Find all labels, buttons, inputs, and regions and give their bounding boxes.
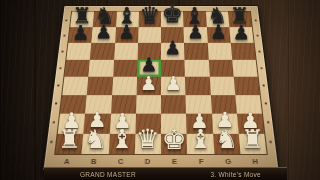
square-h6[interactable] — [230, 43, 255, 60]
file-label-b: B — [80, 156, 108, 167]
square-c5[interactable] — [113, 59, 138, 76]
file-label-c: C — [107, 156, 134, 167]
square-e5[interactable] — [161, 59, 185, 76]
square-a3[interactable] — [60, 95, 87, 114]
square-g2[interactable] — [211, 114, 238, 134]
square-h8[interactable] — [228, 12, 252, 27]
square-f5[interactable] — [185, 59, 210, 76]
square-a7[interactable] — [68, 27, 93, 43]
square-f1[interactable] — [187, 133, 214, 154]
square-c2[interactable] — [109, 114, 135, 134]
difficulty-label: GRAND MASTER — [80, 171, 136, 178]
move-indicator: 3. White's Move — [210, 171, 261, 178]
square-f6[interactable] — [184, 43, 208, 60]
square-c4[interactable] — [112, 77, 137, 95]
square-d1[interactable] — [135, 133, 161, 154]
square-e2[interactable] — [161, 114, 187, 134]
file-labels: ABCDEFGH — [53, 156, 270, 167]
square-f8[interactable] — [183, 12, 206, 27]
board-grid — [54, 11, 268, 155]
square-c7[interactable] — [115, 27, 139, 43]
square-b5[interactable] — [89, 59, 114, 76]
square-h4[interactable] — [233, 77, 259, 95]
square-b3[interactable] — [85, 95, 111, 114]
square-a1[interactable] — [55, 133, 83, 154]
file-label-g: G — [214, 156, 242, 167]
square-a4[interactable] — [62, 77, 88, 95]
square-d8[interactable] — [138, 12, 161, 27]
square-a2[interactable] — [58, 114, 86, 134]
square-g7[interactable] — [206, 27, 230, 43]
square-b2[interactable] — [84, 114, 111, 134]
square-d6[interactable] — [137, 43, 161, 60]
file-label-f: F — [188, 156, 215, 167]
square-e4[interactable] — [161, 77, 186, 95]
square-g4[interactable] — [209, 77, 235, 95]
square-e6[interactable] — [161, 43, 185, 60]
file-label-a: A — [53, 156, 81, 167]
square-g1[interactable] — [213, 133, 241, 154]
square-h5[interactable] — [232, 59, 258, 76]
square-d5[interactable] — [137, 59, 161, 76]
square-e1[interactable] — [161, 133, 187, 154]
square-d2[interactable] — [135, 114, 161, 134]
file-label-e: E — [161, 156, 188, 167]
square-a8[interactable] — [70, 12, 94, 27]
square-g3[interactable] — [210, 95, 236, 114]
status-bar: GRAND MASTER 3. White's Move — [44, 167, 287, 180]
chess-board: ABCDEFGH — [42, 5, 279, 171]
square-d4[interactable] — [136, 77, 161, 95]
square-e7[interactable] — [161, 27, 184, 43]
square-h1[interactable] — [238, 133, 266, 154]
square-f7[interactable] — [184, 27, 208, 43]
square-h7[interactable] — [229, 27, 254, 43]
square-b7[interactable] — [92, 27, 116, 43]
square-c6[interactable] — [114, 43, 138, 60]
square-a6[interactable] — [66, 43, 91, 60]
square-e3[interactable] — [161, 95, 186, 114]
square-a5[interactable] — [64, 59, 90, 76]
square-h3[interactable] — [235, 95, 262, 114]
square-e8[interactable] — [161, 12, 184, 27]
square-g5[interactable] — [208, 59, 233, 76]
square-g8[interactable] — [206, 12, 230, 27]
square-h2[interactable] — [237, 114, 265, 134]
square-d7[interactable] — [138, 27, 161, 43]
square-b8[interactable] — [93, 12, 117, 27]
square-f3[interactable] — [186, 95, 212, 114]
square-b6[interactable] — [90, 43, 115, 60]
square-d3[interactable] — [136, 95, 161, 114]
square-c8[interactable] — [116, 12, 139, 27]
square-f2[interactable] — [186, 114, 212, 134]
file-label-d: D — [134, 156, 161, 167]
square-c1[interactable] — [108, 133, 135, 154]
square-f4[interactable] — [185, 77, 210, 95]
square-c3[interactable] — [111, 95, 137, 114]
square-g6[interactable] — [207, 43, 232, 60]
app-screen: ABCDEFGH ♜♞♝♛♚♝♞♜♟♟♟♟♟♟♟♟♟♟♟♟♟♟♟♟♜♞♝♛♚♝♞… — [0, 0, 320, 180]
square-b1[interactable] — [82, 133, 110, 154]
file-label-h: H — [241, 156, 269, 167]
square-b4[interactable] — [87, 77, 113, 95]
